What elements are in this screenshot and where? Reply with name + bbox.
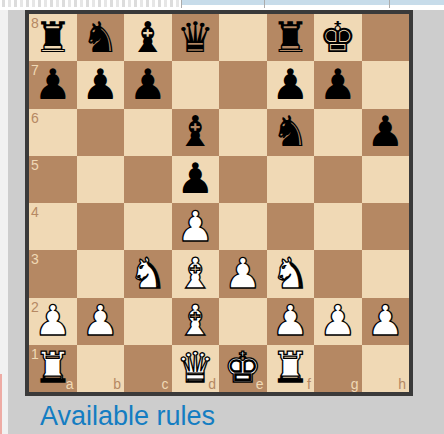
piece-white-pawn[interactable]: ♟ (366, 300, 404, 342)
square-a3[interactable]: 3 (29, 250, 77, 297)
file-label: d (208, 377, 216, 391)
square-b5[interactable] (77, 156, 125, 203)
rank-label: 2 (31, 300, 39, 314)
square-g3[interactable] (314, 250, 362, 297)
square-g4[interactable] (314, 203, 362, 250)
piece-black-knight[interactable]: ♞ (271, 111, 309, 153)
square-c7[interactable]: ♟ (124, 61, 172, 108)
rank-label: 5 (31, 158, 39, 172)
square-h4[interactable] (362, 203, 410, 250)
top-page-strip (0, 0, 444, 10)
rank-label: 8 (31, 16, 39, 30)
square-g8[interactable]: ♚ (314, 14, 362, 61)
piece-white-pawn[interactable]: ♟ (224, 253, 262, 295)
rank-label: 6 (31, 111, 39, 125)
piece-white-pawn[interactable]: ♟ (34, 300, 72, 342)
file-label: g (351, 377, 359, 391)
square-g5[interactable] (314, 156, 362, 203)
piece-white-pawn[interactable]: ♟ (81, 300, 119, 342)
piece-white-knight[interactable]: ♞ (129, 253, 167, 295)
square-a5[interactable]: 5 (29, 156, 77, 203)
square-e6[interactable] (219, 109, 267, 156)
file-label: a (66, 377, 74, 391)
piece-black-pawn[interactable]: ♟ (366, 111, 404, 153)
square-h2[interactable]: ♟ (362, 298, 410, 345)
rank-label: 3 (31, 252, 39, 266)
column-divider (181, 0, 182, 8)
square-f4[interactable] (267, 203, 315, 250)
rank-label: 4 (31, 205, 39, 219)
file-label: b (113, 377, 121, 391)
piece-black-king[interactable]: ♚ (319, 17, 357, 59)
column-divider (264, 0, 265, 8)
square-b8[interactable]: ♞ (77, 14, 125, 61)
square-e2[interactable] (219, 298, 267, 345)
file-label: e (256, 377, 264, 391)
square-d4[interactable]: ♟ (172, 203, 220, 250)
square-c2[interactable] (124, 298, 172, 345)
piece-black-pawn[interactable]: ♟ (34, 64, 72, 106)
square-e8[interactable] (219, 14, 267, 61)
available-rules-link[interactable]: Available rules (40, 399, 215, 433)
piece-white-bishop[interactable]: ♝ (176, 300, 214, 342)
square-a1[interactable]: 1a♜ (29, 345, 77, 392)
square-e1[interactable]: e♚ (219, 345, 267, 392)
file-label: c (162, 377, 169, 391)
square-c6[interactable] (124, 109, 172, 156)
square-f5[interactable] (267, 156, 315, 203)
square-a4[interactable]: 4 (29, 203, 77, 250)
piece-black-pawn[interactable]: ♟ (319, 64, 357, 106)
square-f3[interactable]: ♞ (267, 250, 315, 297)
square-c1[interactable]: c (124, 345, 172, 392)
piece-black-bishop[interactable]: ♝ (129, 17, 167, 59)
square-f2[interactable]: ♟ (267, 298, 315, 345)
square-b1[interactable]: b (77, 345, 125, 392)
piece-black-pawn[interactable]: ♟ (129, 64, 167, 106)
square-a2[interactable]: 2♟ (29, 298, 77, 345)
square-h7[interactable] (362, 61, 410, 108)
square-h6[interactable]: ♟ (362, 109, 410, 156)
piece-white-knight[interactable]: ♞ (271, 253, 309, 295)
piece-white-rook[interactable]: ♜ (271, 347, 309, 389)
piece-black-pawn[interactable]: ♟ (176, 158, 214, 200)
square-d1[interactable]: d♛ (172, 345, 220, 392)
square-d7[interactable] (172, 61, 220, 108)
square-c5[interactable] (124, 156, 172, 203)
square-g6[interactable] (314, 109, 362, 156)
square-d5[interactable]: ♟ (172, 156, 220, 203)
square-c3[interactable]: ♞ (124, 250, 172, 297)
square-h5[interactable] (362, 156, 410, 203)
column-divider (389, 0, 390, 8)
chess-board[interactable]: 8♜♞♝♛♜♚7♟♟♟♟♟6♝♞♟5♟4♟3♞♝♟♞2♟♟♝♟♟♟1a♜bcd♛… (25, 10, 413, 396)
piece-white-pawn[interactable]: ♟ (176, 206, 214, 248)
square-a6[interactable]: 6 (29, 109, 77, 156)
piece-black-bishop[interactable]: ♝ (176, 111, 214, 153)
square-a7[interactable]: 7♟ (29, 61, 77, 108)
square-d6[interactable]: ♝ (172, 109, 220, 156)
piece-white-bishop[interactable]: ♝ (176, 253, 214, 295)
piece-black-rook[interactable]: ♜ (34, 17, 72, 59)
piece-black-pawn[interactable]: ♟ (81, 64, 119, 106)
piece-white-pawn[interactable]: ♟ (319, 300, 357, 342)
square-b7[interactable]: ♟ (77, 61, 125, 108)
square-g2[interactable]: ♟ (314, 298, 362, 345)
square-e7[interactable] (219, 61, 267, 108)
square-f1[interactable]: f♜ (267, 345, 315, 392)
piece-black-knight[interactable]: ♞ (81, 17, 119, 59)
square-d8[interactable]: ♛ (172, 14, 220, 61)
square-c4[interactable] (124, 203, 172, 250)
piece-black-queen[interactable]: ♛ (176, 17, 214, 59)
square-b3[interactable] (77, 250, 125, 297)
square-g7[interactable]: ♟ (314, 61, 362, 108)
square-c8[interactable]: ♝ (124, 14, 172, 61)
square-e4[interactable] (219, 203, 267, 250)
piece-black-pawn[interactable]: ♟ (271, 64, 309, 106)
square-b2[interactable]: ♟ (77, 298, 125, 345)
cutoff-edge-element (0, 374, 2, 434)
piece-black-rook[interactable]: ♜ (271, 17, 309, 59)
square-f7[interactable]: ♟ (267, 61, 315, 108)
square-b4[interactable] (77, 203, 125, 250)
file-label: h (398, 377, 406, 391)
square-f6[interactable]: ♞ (267, 109, 315, 156)
square-e3[interactable]: ♟ (219, 250, 267, 297)
cutoff-text-remnant (2, 0, 180, 7)
piece-white-pawn[interactable]: ♟ (271, 300, 309, 342)
square-h1[interactable]: h (362, 345, 410, 392)
square-g1[interactable]: g (314, 345, 362, 392)
square-h3[interactable] (362, 250, 410, 297)
square-e5[interactable] (219, 156, 267, 203)
square-a8[interactable]: 8♜ (29, 14, 77, 61)
square-d2[interactable]: ♝ (172, 298, 220, 345)
square-d3[interactable]: ♝ (172, 250, 220, 297)
rank-label: 1 (31, 347, 39, 361)
cutoff-blue-bar (181, 0, 444, 5)
square-f8[interactable]: ♜ (267, 14, 315, 61)
file-label: f (307, 377, 311, 391)
square-b6[interactable] (77, 109, 125, 156)
rank-label: 7 (31, 63, 39, 77)
square-h8[interactable] (362, 14, 410, 61)
